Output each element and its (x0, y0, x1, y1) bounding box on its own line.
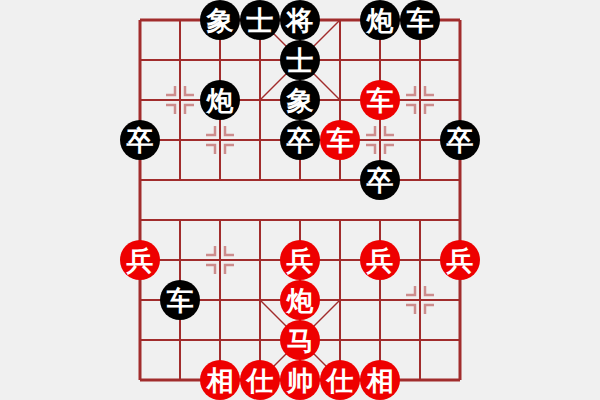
piece-red-horse[interactable]: 马 (280, 320, 320, 360)
piece-red-soldier[interactable]: 兵 (120, 240, 160, 280)
piece-red-elephant[interactable]: 相 (200, 360, 240, 400)
piece-black-elephant[interactable]: 象 (200, 0, 240, 40)
piece-grid: 象士将炮车士炮象车卒卒车卒卒兵兵兵兵车炮马相仕帅仕相 (120, 0, 480, 400)
piece-black-advisor[interactable]: 士 (280, 40, 320, 80)
piece-black-cannon[interactable]: 炮 (360, 0, 400, 40)
piece-red-chariot[interactable]: 车 (360, 80, 400, 120)
piece-red-advisor[interactable]: 仕 (240, 360, 280, 400)
piece-red-general[interactable]: 帅 (280, 360, 320, 400)
piece-black-cannon[interactable]: 炮 (200, 80, 240, 120)
piece-red-cannon[interactable]: 炮 (280, 280, 320, 320)
piece-black-advisor[interactable]: 士 (240, 0, 280, 40)
piece-black-general[interactable]: 将 (280, 0, 320, 40)
piece-red-soldier[interactable]: 兵 (360, 240, 400, 280)
piece-red-soldier[interactable]: 兵 (280, 240, 320, 280)
piece-black-soldier[interactable]: 卒 (120, 120, 160, 160)
xiangqi-board: 象士将炮车士炮象车卒卒车卒卒兵兵兵兵车炮马相仕帅仕相 (0, 0, 600, 400)
piece-red-chariot[interactable]: 车 (320, 120, 360, 160)
piece-red-elephant[interactable]: 相 (360, 360, 400, 400)
piece-black-elephant[interactable]: 象 (280, 80, 320, 120)
piece-red-soldier[interactable]: 兵 (440, 240, 480, 280)
piece-red-advisor[interactable]: 仕 (320, 360, 360, 400)
piece-black-chariot[interactable]: 车 (400, 0, 440, 40)
piece-black-soldier[interactable]: 卒 (280, 120, 320, 160)
piece-black-soldier[interactable]: 卒 (360, 160, 400, 200)
piece-black-chariot[interactable]: 车 (160, 280, 200, 320)
piece-black-soldier[interactable]: 卒 (440, 120, 480, 160)
